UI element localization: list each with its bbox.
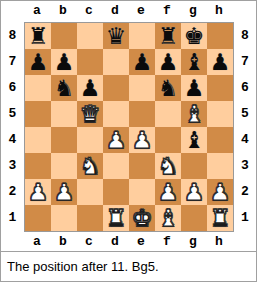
file-label-e: e [128, 1, 154, 22]
piece-white-rook: ♜ [103, 205, 129, 231]
square-g7: ♝ [181, 49, 207, 75]
rank-label-7: 7 [234, 49, 256, 75]
file-label-d: d [102, 1, 128, 22]
square-c2 [77, 179, 103, 205]
square-a7: ♟ [25, 49, 51, 75]
rank-label-2: 2 [234, 179, 256, 205]
piece-black-pawn: ♟ [155, 49, 181, 75]
piece-white-pawn: ♟ [51, 179, 77, 205]
piece-black-pawn: ♟ [25, 49, 51, 75]
square-a3 [25, 153, 51, 179]
square-c5: ♛ [77, 101, 103, 127]
piece-black-king: ♚ [181, 23, 207, 49]
square-d4: ♟ [103, 127, 129, 153]
square-c3: ♞ [77, 153, 103, 179]
rank-label-8: 8 [1, 23, 24, 49]
file-label-h: h [206, 232, 232, 252]
square-g1 [181, 205, 207, 231]
square-g2: ♟ [181, 179, 207, 205]
file-label-a: a [24, 1, 50, 22]
file-label-b: b [50, 1, 76, 22]
square-g4: ♝ [181, 127, 207, 153]
square-d6 [103, 75, 129, 101]
piece-white-pawn: ♟ [155, 179, 181, 205]
rank-label-1: 1 [1, 205, 24, 231]
file-label-e: e [128, 232, 154, 252]
square-d2 [103, 179, 129, 205]
piece-white-rook: ♜ [207, 205, 233, 231]
piece-black-pawn: ♟ [77, 75, 103, 101]
piece-white-knight: ♞ [77, 153, 103, 179]
square-e6 [129, 75, 155, 101]
piece-black-pawn: ♟ [51, 49, 77, 75]
square-f1: ♝ [155, 205, 181, 231]
piece-white-pawn: ♟ [181, 179, 207, 205]
rank-label-1: 1 [234, 205, 256, 231]
square-b5 [51, 101, 77, 127]
file-labels-bottom: abcdefgh [1, 232, 256, 251]
piece-black-queen: ♛ [103, 23, 129, 49]
square-b4 [51, 127, 77, 153]
rank-label-7: 7 [1, 49, 24, 75]
rank-labels-right: 87654321 [234, 22, 256, 232]
rank-label-2: 2 [1, 179, 24, 205]
file-labels-top: abcdefgh [1, 1, 256, 22]
file-label-c: c [76, 232, 102, 252]
square-e8 [129, 23, 155, 49]
square-g3 [181, 153, 207, 179]
square-d3 [103, 153, 129, 179]
piece-black-knight: ♞ [51, 75, 77, 101]
file-label-h: h [206, 1, 232, 22]
square-c1 [77, 205, 103, 231]
square-e5 [129, 101, 155, 127]
square-f3: ♞ [155, 153, 181, 179]
square-a8: ♜ [25, 23, 51, 49]
square-e2 [129, 179, 155, 205]
square-d1: ♜ [103, 205, 129, 231]
square-b2: ♟ [51, 179, 77, 205]
square-e7: ♟ [129, 49, 155, 75]
rank-label-5: 5 [1, 101, 24, 127]
square-a1 [25, 205, 51, 231]
square-h7: ♟ [207, 49, 233, 75]
square-g5: ♝ [181, 101, 207, 127]
square-e3 [129, 153, 155, 179]
piece-white-queen: ♛ [77, 101, 103, 127]
piece-white-bishop: ♝ [155, 205, 181, 231]
file-label-g: g [180, 232, 206, 252]
rank-label-4: 4 [1, 127, 24, 153]
square-c4 [77, 127, 103, 153]
piece-black-bishop: ♝ [181, 49, 207, 75]
rank-label-5: 5 [234, 101, 256, 127]
piece-white-pawn: ♟ [25, 179, 51, 205]
piece-black-knight: ♞ [155, 75, 181, 101]
square-f7: ♟ [155, 49, 181, 75]
square-e1: ♚ [129, 205, 155, 231]
piece-black-pawn: ♟ [181, 75, 207, 101]
square-f6: ♞ [155, 75, 181, 101]
file-label-d: d [102, 232, 128, 252]
piece-white-bishop: ♝ [181, 101, 207, 127]
square-e4: ♟ [129, 127, 155, 153]
file-label-b: b [50, 232, 76, 252]
file-label-a: a [24, 232, 50, 252]
piece-black-pawn: ♟ [207, 49, 233, 75]
square-h5 [207, 101, 233, 127]
square-h1: ♜ [207, 205, 233, 231]
piece-white-king: ♚ [129, 205, 155, 231]
square-d8: ♛ [103, 23, 129, 49]
file-label-f: f [154, 1, 180, 22]
square-f8: ♜ [155, 23, 181, 49]
rank-label-3: 3 [234, 153, 256, 179]
piece-black-bishop: ♝ [181, 127, 207, 153]
rank-label-6: 6 [1, 75, 24, 101]
square-h2: ♟ [207, 179, 233, 205]
piece-white-pawn: ♟ [129, 127, 155, 153]
square-g8: ♚ [181, 23, 207, 49]
square-h4 [207, 127, 233, 153]
rank-label-4: 4 [234, 127, 256, 153]
file-label-c: c [76, 1, 102, 22]
square-h3 [207, 153, 233, 179]
file-label-g: g [180, 1, 206, 22]
piece-black-pawn: ♟ [129, 49, 155, 75]
rank-label-3: 3 [1, 153, 24, 179]
square-c8 [77, 23, 103, 49]
square-a6 [25, 75, 51, 101]
square-b7: ♟ [51, 49, 77, 75]
square-b6: ♞ [51, 75, 77, 101]
square-b1 [51, 205, 77, 231]
rank-label-6: 6 [234, 75, 256, 101]
square-a5 [25, 101, 51, 127]
square-d7 [103, 49, 129, 75]
square-d5 [103, 101, 129, 127]
square-h6 [207, 75, 233, 101]
piece-white-pawn: ♟ [103, 127, 129, 153]
square-a4 [25, 127, 51, 153]
square-c6: ♟ [77, 75, 103, 101]
square-g6: ♟ [181, 75, 207, 101]
square-f4 [155, 127, 181, 153]
piece-black-rook: ♜ [155, 23, 181, 49]
piece-white-knight: ♞ [155, 153, 181, 179]
piece-black-rook: ♜ [25, 23, 51, 49]
square-f2: ♟ [155, 179, 181, 205]
rank-label-8: 8 [234, 23, 256, 49]
square-b8 [51, 23, 77, 49]
square-f5 [155, 101, 181, 127]
chess-board[interactable]: ♜♛♜♚♟♟♟♟♝♟♞♟♞♟♛♝♟♟♝♞♞♟♟♟♟♟♜♚♝♜ [24, 22, 234, 232]
piece-white-pawn: ♟ [207, 179, 233, 205]
square-h8 [207, 23, 233, 49]
diagram-caption: The position after 11. Bg5. [1, 251, 256, 281]
square-a2: ♟ [25, 179, 51, 205]
square-b3 [51, 153, 77, 179]
square-c7 [77, 49, 103, 75]
chess-diagram-frame: abcdefgh 87654321 ♜♛♜♚♟♟♟♟♝♟♞♟♞♟♛♝♟♟♝♞♞♟… [0, 0, 257, 282]
rank-labels-left: 87654321 [1, 22, 24, 232]
file-label-f: f [154, 232, 180, 252]
